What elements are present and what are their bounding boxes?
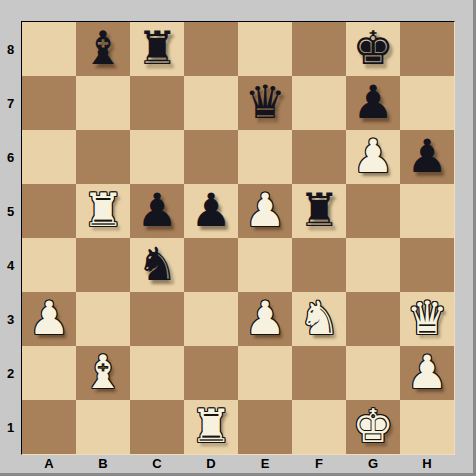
square-g5[interactable] (346, 184, 400, 238)
square-h3[interactable]: ♛ (400, 292, 454, 346)
square-e8[interactable] (238, 22, 292, 76)
rank-label-3: 3 (0, 292, 21, 346)
rank-labels: 87654321 (0, 22, 21, 454)
square-c2[interactable] (130, 346, 184, 400)
black-pawn-c5[interactable]: ♟ (136, 183, 177, 237)
square-d7[interactable] (184, 76, 238, 130)
black-bishop-b8[interactable]: ♝ (82, 21, 123, 75)
white-rook-d1[interactable]: ♜ (190, 399, 231, 453)
black-rook-f5[interactable]: ♜ (298, 183, 339, 237)
white-rook-b5[interactable]: ♜ (82, 183, 123, 237)
rank-label-6: 6 (0, 130, 21, 184)
file-label-b: B (76, 454, 130, 473)
white-king-g1[interactable]: ♚ (352, 399, 393, 453)
square-a1[interactable] (22, 400, 76, 454)
black-pawn-g7[interactable]: ♟ (352, 75, 393, 129)
square-a7[interactable] (22, 76, 76, 130)
white-pawn-h2[interactable]: ♟ (406, 345, 447, 399)
square-d8[interactable] (184, 22, 238, 76)
square-d2[interactable] (184, 346, 238, 400)
white-pawn-e5[interactable]: ♟ (244, 183, 285, 237)
square-g8[interactable]: ♚ (346, 22, 400, 76)
rank-label-2: 2 (0, 346, 21, 400)
square-f6[interactable] (292, 130, 346, 184)
black-knight-c4[interactable]: ♞ (136, 237, 177, 291)
square-a2[interactable] (22, 346, 76, 400)
rank-label-8: 8 (0, 22, 21, 76)
file-label-c: C (130, 454, 184, 473)
square-g4[interactable] (346, 238, 400, 292)
rank-label-4: 4 (0, 238, 21, 292)
square-b7[interactable] (76, 76, 130, 130)
black-pawn-h6[interactable]: ♟ (406, 129, 447, 183)
white-pawn-g6[interactable]: ♟ (352, 129, 393, 183)
square-c3[interactable] (130, 292, 184, 346)
square-h5[interactable] (400, 184, 454, 238)
square-f1[interactable] (292, 400, 346, 454)
square-e3[interactable]: ♟ (238, 292, 292, 346)
square-f7[interactable] (292, 76, 346, 130)
file-label-e: E (238, 454, 292, 473)
board-frame: 87654321 ♝♜♚♛♟♟♟♜♟♟♟♜♞♟♟♞♛♝♟♜♚ ABCDEFGH (0, 0, 476, 476)
square-g6[interactable]: ♟ (346, 130, 400, 184)
square-a6[interactable] (22, 130, 76, 184)
square-d6[interactable] (184, 130, 238, 184)
square-g2[interactable] (346, 346, 400, 400)
black-rook-c8[interactable]: ♜ (136, 21, 177, 75)
square-a8[interactable] (22, 22, 76, 76)
black-king-g8[interactable]: ♚ (352, 21, 393, 75)
square-c4[interactable]: ♞ (130, 238, 184, 292)
square-d4[interactable] (184, 238, 238, 292)
square-e5[interactable]: ♟ (238, 184, 292, 238)
file-label-h: H (400, 454, 454, 473)
square-f5[interactable]: ♜ (292, 184, 346, 238)
square-g3[interactable] (346, 292, 400, 346)
square-e1[interactable] (238, 400, 292, 454)
rank-label-1: 1 (0, 400, 21, 454)
square-g7[interactable]: ♟ (346, 76, 400, 130)
square-f3[interactable]: ♞ (292, 292, 346, 346)
square-f8[interactable] (292, 22, 346, 76)
square-h7[interactable] (400, 76, 454, 130)
square-g1[interactable]: ♚ (346, 400, 400, 454)
square-c6[interactable] (130, 130, 184, 184)
square-c5[interactable]: ♟ (130, 184, 184, 238)
square-b4[interactable] (76, 238, 130, 292)
square-d1[interactable]: ♜ (184, 400, 238, 454)
white-pawn-a3[interactable]: ♟ (28, 291, 69, 345)
square-b5[interactable]: ♜ (76, 184, 130, 238)
square-e4[interactable] (238, 238, 292, 292)
square-c1[interactable] (130, 400, 184, 454)
square-d5[interactable]: ♟ (184, 184, 238, 238)
white-pawn-e3[interactable]: ♟ (244, 291, 285, 345)
square-b1[interactable] (76, 400, 130, 454)
black-queen-e7[interactable]: ♛ (244, 75, 285, 129)
square-a3[interactable]: ♟ (22, 292, 76, 346)
square-h4[interactable] (400, 238, 454, 292)
square-h8[interactable] (400, 22, 454, 76)
square-a4[interactable] (22, 238, 76, 292)
square-f2[interactable] (292, 346, 346, 400)
square-h1[interactable] (400, 400, 454, 454)
file-label-a: A (22, 454, 76, 473)
square-h2[interactable]: ♟ (400, 346, 454, 400)
square-a5[interactable] (22, 184, 76, 238)
black-pawn-d5[interactable]: ♟ (190, 183, 231, 237)
white-bishop-b2[interactable]: ♝ (82, 345, 123, 399)
file-labels: ABCDEFGH (22, 454, 454, 473)
white-queen-h3[interactable]: ♛ (406, 291, 447, 345)
square-f4[interactable] (292, 238, 346, 292)
white-knight-f3[interactable]: ♞ (298, 291, 339, 345)
square-b3[interactable] (76, 292, 130, 346)
square-b2[interactable]: ♝ (76, 346, 130, 400)
square-c8[interactable]: ♜ (130, 22, 184, 76)
rank-label-5: 5 (0, 184, 21, 238)
square-h6[interactable]: ♟ (400, 130, 454, 184)
file-label-d: D (184, 454, 238, 473)
square-e6[interactable] (238, 130, 292, 184)
square-c7[interactable] (130, 76, 184, 130)
rank-label-7: 7 (0, 76, 21, 130)
square-b8[interactable]: ♝ (76, 22, 130, 76)
file-label-g: G (346, 454, 400, 473)
square-d3[interactable] (184, 292, 238, 346)
file-label-f: F (292, 454, 346, 473)
chess-board: ♝♜♚♛♟♟♟♜♟♟♟♜♞♟♟♞♛♝♟♜♚ (21, 21, 455, 455)
square-e2[interactable] (238, 346, 292, 400)
square-b6[interactable] (76, 130, 130, 184)
square-e7[interactable]: ♛ (238, 76, 292, 130)
